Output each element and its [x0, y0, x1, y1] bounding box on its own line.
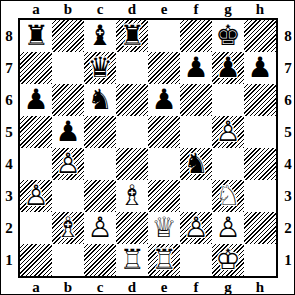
- square-b7[interactable]: [52, 52, 84, 84]
- rank-label-4: 4: [280, 148, 295, 180]
- square-f7[interactable]: ♟: [180, 52, 212, 84]
- square-c2[interactable]: ♟♙: [84, 212, 116, 244]
- white-pawn: ♟♙: [84, 212, 116, 244]
- square-c6[interactable]: ♞: [84, 84, 116, 116]
- square-a4[interactable]: [20, 148, 52, 180]
- file-label-b: b: [52, 1, 84, 17]
- white-rook: ♜♖: [116, 244, 148, 276]
- file-label-h: h: [244, 1, 276, 17]
- rank-label-8: 8: [1, 20, 17, 52]
- square-h7[interactable]: ♟: [244, 52, 276, 84]
- file-label-h: h: [244, 279, 276, 295]
- square-h6[interactable]: [244, 84, 276, 116]
- file-label-e: e: [148, 279, 180, 295]
- square-d6[interactable]: [116, 84, 148, 116]
- square-b2[interactable]: ♝♗: [52, 212, 84, 244]
- square-a3[interactable]: ♟♙: [20, 180, 52, 212]
- black-pawn: ♟: [180, 52, 212, 84]
- square-h2[interactable]: [244, 212, 276, 244]
- white-queen: ♛♕: [148, 212, 180, 244]
- square-a8[interactable]: ♜: [20, 20, 52, 52]
- white-pawn: ♟♙: [180, 212, 212, 244]
- square-f3[interactable]: [180, 180, 212, 212]
- square-g6[interactable]: [212, 84, 244, 116]
- file-label-c: c: [84, 279, 116, 295]
- square-e2[interactable]: ♛♕: [148, 212, 180, 244]
- file-label-f: f: [180, 279, 212, 295]
- rank-label-2: 2: [280, 212, 295, 244]
- square-g8[interactable]: ♚: [212, 20, 244, 52]
- white-bishop: ♝♗: [116, 180, 148, 212]
- square-g5[interactable]: ♟♙: [212, 116, 244, 148]
- square-g7[interactable]: ♟: [212, 52, 244, 84]
- square-f4[interactable]: ♞: [180, 148, 212, 180]
- square-h1[interactable]: [244, 244, 276, 276]
- rank-label-2: 2: [1, 212, 17, 244]
- white-pawn: ♟♙: [212, 116, 244, 148]
- rank-label-1: 1: [1, 244, 17, 276]
- file-label-g: g: [212, 1, 244, 17]
- square-b1[interactable]: [52, 244, 84, 276]
- square-h8[interactable]: [244, 20, 276, 52]
- black-bishop: ♝: [84, 20, 116, 52]
- square-b6[interactable]: [52, 84, 84, 116]
- square-d5[interactable]: [116, 116, 148, 148]
- square-e5[interactable]: [148, 116, 180, 148]
- square-c7[interactable]: ♛: [84, 52, 116, 84]
- file-labels-bottom: abcdefgh: [20, 279, 276, 295]
- square-d8[interactable]: ♜: [116, 20, 148, 52]
- square-b8[interactable]: [52, 20, 84, 52]
- file-label-a: a: [20, 279, 52, 295]
- black-queen: ♛: [84, 52, 116, 84]
- square-e4[interactable]: [148, 148, 180, 180]
- rank-label-3: 3: [1, 180, 17, 212]
- black-pawn: ♟: [52, 116, 84, 148]
- rank-label-8: 8: [280, 20, 295, 52]
- rank-label-1: 1: [280, 244, 295, 276]
- square-f5[interactable]: [180, 116, 212, 148]
- square-a6[interactable]: ♟: [20, 84, 52, 116]
- white-knight: ♞♘: [212, 180, 244, 212]
- square-g1[interactable]: ♚♔: [212, 244, 244, 276]
- file-label-d: d: [116, 279, 148, 295]
- square-f8[interactable]: [180, 20, 212, 52]
- square-a1[interactable]: [20, 244, 52, 276]
- square-a5[interactable]: [20, 116, 52, 148]
- square-e6[interactable]: ♟: [148, 84, 180, 116]
- white-pawn: ♟♙: [52, 148, 84, 180]
- square-h5[interactable]: [244, 116, 276, 148]
- rank-label-4: 4: [1, 148, 17, 180]
- square-c1[interactable]: [84, 244, 116, 276]
- file-label-e: e: [148, 1, 180, 17]
- black-pawn: ♟: [244, 52, 276, 84]
- file-label-b: b: [52, 279, 84, 295]
- black-pawn: ♟: [20, 84, 52, 116]
- square-e1[interactable]: ♜♖: [148, 244, 180, 276]
- black-knight: ♞: [84, 84, 116, 116]
- square-a7[interactable]: [20, 52, 52, 84]
- rank-label-3: 3: [280, 180, 295, 212]
- file-label-d: d: [116, 1, 148, 17]
- white-pawn: ♟♙: [20, 180, 52, 212]
- rank-label-5: 5: [280, 116, 295, 148]
- square-d1[interactable]: ♜♖: [116, 244, 148, 276]
- square-b3[interactable]: [52, 180, 84, 212]
- square-h4[interactable]: [244, 148, 276, 180]
- white-pawn: ♟♙: [212, 212, 244, 244]
- chess-diagram: abcdefgh 87654321 ♜♝♜♚♛♟♟♟♟♞♟♟♟♙♟♙♞♟♙♝♗♞…: [0, 0, 295, 295]
- square-c3[interactable]: [84, 180, 116, 212]
- file-label-f: f: [180, 1, 212, 17]
- square-c5[interactable]: [84, 116, 116, 148]
- square-g2[interactable]: ♟♙: [212, 212, 244, 244]
- file-label-c: c: [84, 1, 116, 17]
- square-f1[interactable]: [180, 244, 212, 276]
- white-rook: ♜♖: [148, 244, 180, 276]
- black-pawn: ♟: [212, 52, 244, 84]
- file-label-a: a: [20, 1, 52, 17]
- file-labels-top: abcdefgh: [20, 1, 276, 17]
- rank-label-6: 6: [280, 84, 295, 116]
- black-pawn: ♟: [148, 84, 180, 116]
- square-b4[interactable]: ♟♙: [52, 148, 84, 180]
- rank-labels-left: 87654321: [1, 20, 17, 276]
- square-e7[interactable]: [148, 52, 180, 84]
- square-c4[interactable]: [84, 148, 116, 180]
- square-f6[interactable]: [180, 84, 212, 116]
- rank-labels-right: 87654321: [280, 20, 295, 276]
- square-f2[interactable]: ♟♙: [180, 212, 212, 244]
- rank-label-6: 6: [1, 84, 17, 116]
- square-a2[interactable]: [20, 212, 52, 244]
- square-h3[interactable]: [244, 180, 276, 212]
- rank-label-7: 7: [280, 52, 295, 84]
- square-c8[interactable]: ♝: [84, 20, 116, 52]
- rank-label-7: 7: [1, 52, 17, 84]
- black-king: ♚: [212, 20, 244, 52]
- square-g4[interactable]: [212, 148, 244, 180]
- white-bishop: ♝♗: [52, 212, 84, 244]
- black-rook: ♜: [116, 20, 148, 52]
- white-king: ♚♔: [212, 244, 244, 276]
- square-d3[interactable]: ♝♗: [116, 180, 148, 212]
- chess-board: ♜♝♜♚♛♟♟♟♟♞♟♟♟♙♟♙♞♟♙♝♗♞♘♝♗♟♙♛♕♟♙♟♙♜♖♜♖♚♔: [18, 18, 278, 278]
- black-rook: ♜: [20, 20, 52, 52]
- square-d2[interactable]: [116, 212, 148, 244]
- square-g3[interactable]: ♞♘: [212, 180, 244, 212]
- square-d7[interactable]: [116, 52, 148, 84]
- square-e8[interactable]: [148, 20, 180, 52]
- rank-label-5: 5: [1, 116, 17, 148]
- file-label-g: g: [212, 279, 244, 295]
- square-b5[interactable]: ♟: [52, 116, 84, 148]
- black-knight: ♞: [180, 148, 212, 180]
- square-d4[interactable]: [116, 148, 148, 180]
- square-e3[interactable]: [148, 180, 180, 212]
